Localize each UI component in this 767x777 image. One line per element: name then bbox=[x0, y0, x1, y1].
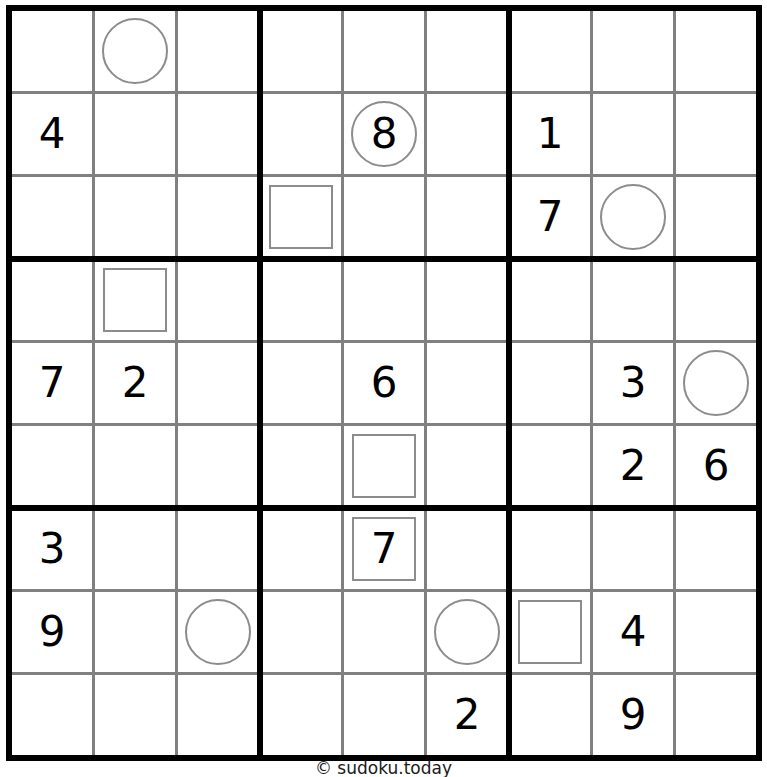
sudoku-board[interactable]: 4817726326379429 bbox=[6, 5, 762, 761]
given-digit: 2 bbox=[620, 445, 647, 487]
cell-r6c2[interactable] bbox=[95, 426, 175, 506]
cell-r5c8[interactable]: 3 bbox=[593, 343, 673, 423]
cell-r7c7[interactable] bbox=[510, 509, 590, 589]
cell-r7c5[interactable]: 7 bbox=[344, 509, 424, 589]
cell-r2c2[interactable] bbox=[95, 94, 175, 174]
cell-r1c4[interactable] bbox=[261, 11, 341, 91]
cell-r1c2[interactable] bbox=[95, 11, 175, 91]
cell-r1c8[interactable] bbox=[593, 11, 673, 91]
circle-marker bbox=[434, 599, 500, 665]
given-digit: 7 bbox=[371, 528, 398, 570]
cell-r2c9[interactable] bbox=[676, 94, 756, 174]
cell-r9c2[interactable] bbox=[95, 675, 175, 755]
cell-r1c1[interactable] bbox=[12, 11, 92, 91]
circle-marker bbox=[102, 18, 168, 84]
cell-r3c1[interactable] bbox=[12, 177, 92, 257]
given-digit: 3 bbox=[620, 362, 647, 404]
cell-r8c6[interactable] bbox=[427, 592, 507, 672]
sudoku-page: 4817726326379429 © sudoku.today bbox=[0, 0, 767, 777]
given-digit: 1 bbox=[537, 113, 564, 155]
cell-r9c1[interactable] bbox=[12, 675, 92, 755]
cell-r7c3[interactable] bbox=[178, 509, 258, 589]
cell-r2c6[interactable] bbox=[427, 94, 507, 174]
given-digit: 3 bbox=[39, 528, 66, 570]
cell-r7c4[interactable] bbox=[261, 509, 341, 589]
cell-r9c9[interactable] bbox=[676, 675, 756, 755]
cell-r3c3[interactable] bbox=[178, 177, 258, 257]
cell-r6c8[interactable]: 2 bbox=[593, 426, 673, 506]
cell-r2c8[interactable] bbox=[593, 94, 673, 174]
given-digit: 9 bbox=[620, 694, 647, 736]
cell-r3c8[interactable] bbox=[593, 177, 673, 257]
cell-r5c9[interactable] bbox=[676, 343, 756, 423]
cell-r4c8[interactable] bbox=[593, 260, 673, 340]
square-marker bbox=[518, 600, 582, 664]
cell-r2c7[interactable]: 1 bbox=[510, 94, 590, 174]
cell-r5c1[interactable]: 7 bbox=[12, 343, 92, 423]
cell-r9c6[interactable]: 2 bbox=[427, 675, 507, 755]
cell-r2c3[interactable] bbox=[178, 94, 258, 174]
given-digit: 4 bbox=[39, 113, 66, 155]
cell-r9c3[interactable] bbox=[178, 675, 258, 755]
cell-r6c3[interactable] bbox=[178, 426, 258, 506]
circle-marker bbox=[600, 184, 666, 250]
given-digit: 6 bbox=[703, 445, 730, 487]
cell-r5c5[interactable]: 6 bbox=[344, 343, 424, 423]
cell-r6c1[interactable] bbox=[12, 426, 92, 506]
circle-marker bbox=[683, 350, 749, 416]
cell-r1c6[interactable] bbox=[427, 11, 507, 91]
given-digit: 2 bbox=[122, 362, 149, 404]
cell-r3c7[interactable]: 7 bbox=[510, 177, 590, 257]
cell-r3c6[interactable] bbox=[427, 177, 507, 257]
cell-r8c8[interactable]: 4 bbox=[593, 592, 673, 672]
cell-r1c5[interactable] bbox=[344, 11, 424, 91]
given-digit: 7 bbox=[39, 362, 66, 404]
cell-r9c8[interactable]: 9 bbox=[593, 675, 673, 755]
cell-r9c4[interactable] bbox=[261, 675, 341, 755]
cell-r2c1[interactable]: 4 bbox=[12, 94, 92, 174]
cell-r4c4[interactable] bbox=[261, 260, 341, 340]
cell-r5c7[interactable] bbox=[510, 343, 590, 423]
cell-r8c9[interactable] bbox=[676, 592, 756, 672]
cell-r5c3[interactable] bbox=[178, 343, 258, 423]
cell-r6c7[interactable] bbox=[510, 426, 590, 506]
cell-r6c4[interactable] bbox=[261, 426, 341, 506]
cell-r4c3[interactable] bbox=[178, 260, 258, 340]
cell-r3c2[interactable] bbox=[95, 177, 175, 257]
cell-r7c1[interactable]: 3 bbox=[12, 509, 92, 589]
square-marker bbox=[269, 185, 333, 249]
square-marker bbox=[103, 268, 167, 332]
cell-r1c9[interactable] bbox=[676, 11, 756, 91]
cell-r8c3[interactable] bbox=[178, 592, 258, 672]
cell-r7c9[interactable] bbox=[676, 509, 756, 589]
cell-r4c9[interactable] bbox=[676, 260, 756, 340]
given-digit: 8 bbox=[371, 113, 398, 155]
cell-r8c5[interactable] bbox=[344, 592, 424, 672]
square-marker bbox=[352, 434, 416, 498]
given-digit: 9 bbox=[39, 611, 66, 653]
cell-r4c2[interactable] bbox=[95, 260, 175, 340]
given-digit: 6 bbox=[371, 362, 398, 404]
cell-r7c8[interactable] bbox=[593, 509, 673, 589]
cell-r4c7[interactable] bbox=[510, 260, 590, 340]
circle-marker bbox=[185, 599, 251, 665]
cell-r3c5[interactable] bbox=[344, 177, 424, 257]
cell-r3c4[interactable] bbox=[261, 177, 341, 257]
cell-r4c6[interactable] bbox=[427, 260, 507, 340]
cell-r6c6[interactable] bbox=[427, 426, 507, 506]
cell-r8c7[interactable] bbox=[510, 592, 590, 672]
cell-r3c9[interactable] bbox=[676, 177, 756, 257]
given-digit: 7 bbox=[537, 196, 564, 238]
cell-r2c5[interactable]: 8 bbox=[344, 94, 424, 174]
cell-r5c2[interactable]: 2 bbox=[95, 343, 175, 423]
cell-r5c4[interactable] bbox=[261, 343, 341, 423]
cell-r1c7[interactable] bbox=[510, 11, 590, 91]
cell-r8c1[interactable]: 9 bbox=[12, 592, 92, 672]
cell-r8c4[interactable] bbox=[261, 592, 341, 672]
cell-r7c2[interactable] bbox=[95, 509, 175, 589]
cell-r2c4[interactable] bbox=[261, 94, 341, 174]
cell-r1c3[interactable] bbox=[178, 11, 258, 91]
given-digit: 4 bbox=[620, 611, 647, 653]
cell-r8c2[interactable] bbox=[95, 592, 175, 672]
given-digit: 2 bbox=[454, 694, 481, 736]
cell-r6c5[interactable] bbox=[344, 426, 424, 506]
copyright-label: © sudoku.today bbox=[0, 758, 767, 777]
cell-r9c5[interactable] bbox=[344, 675, 424, 755]
cell-r7c6[interactable] bbox=[427, 509, 507, 589]
cell-r6c9[interactable]: 6 bbox=[676, 426, 756, 506]
cell-r9c7[interactable] bbox=[510, 675, 590, 755]
cell-r4c1[interactable] bbox=[12, 260, 92, 340]
cell-r5c6[interactable] bbox=[427, 343, 507, 423]
cell-r4c5[interactable] bbox=[344, 260, 424, 340]
